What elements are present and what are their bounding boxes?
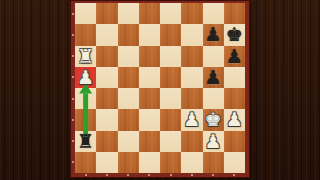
square-c7[interactable]: [118, 24, 139, 45]
file-marker-dot: [127, 174, 129, 176]
square-b5[interactable]: [96, 67, 117, 88]
square-f8[interactable]: [181, 3, 202, 24]
square-g4[interactable]: [203, 88, 224, 109]
square-b1[interactable]: [96, 152, 117, 173]
square-h7[interactable]: ♚: [224, 24, 245, 45]
square-d1[interactable]: [139, 152, 160, 173]
rank-marker-dot: [72, 98, 74, 100]
square-g3[interactable]: ♚: [203, 109, 224, 130]
rank-marker-dot: [72, 76, 74, 78]
square-b6[interactable]: [96, 46, 117, 67]
square-f3[interactable]: ♟: [181, 109, 202, 130]
square-d5[interactable]: [139, 67, 160, 88]
square-a3[interactable]: [75, 109, 96, 130]
square-f2[interactable]: [181, 131, 202, 152]
square-e7[interactable]: [160, 24, 181, 45]
wood-background: ♟♚♜♟♟♟♟♚♟♜♟: [0, 0, 320, 180]
square-a8[interactable]: [75, 3, 96, 24]
square-d7[interactable]: [139, 24, 160, 45]
square-d3[interactable]: [139, 109, 160, 130]
white-rook[interactable]: ♜: [77, 47, 94, 66]
square-e1[interactable]: [160, 152, 181, 173]
square-b3[interactable]: [96, 109, 117, 130]
square-b4[interactable]: [96, 88, 117, 109]
square-a6[interactable]: ♜: [75, 46, 96, 67]
square-b2[interactable]: [96, 131, 117, 152]
rank-marker-dot: [72, 13, 74, 15]
black-pawn[interactable]: ♟: [226, 47, 243, 66]
chess-board: ♟♚♜♟♟♟♟♚♟♜♟: [75, 3, 245, 173]
white-pawn[interactable]: ♟: [183, 110, 200, 129]
square-g8[interactable]: [203, 3, 224, 24]
square-g2[interactable]: ♟: [203, 131, 224, 152]
square-h4[interactable]: [224, 88, 245, 109]
square-e6[interactable]: [160, 46, 181, 67]
square-f1[interactable]: [181, 152, 202, 173]
square-d4[interactable]: [139, 88, 160, 109]
rank-marker-dot: [72, 140, 74, 142]
chess-board-frame: ♟♚♜♟♟♟♟♚♟♜♟: [71, 1, 249, 177]
white-king[interactable]: ♚: [205, 110, 222, 129]
black-rook[interactable]: ♜: [77, 132, 94, 151]
square-c5[interactable]: [118, 67, 139, 88]
rank-marker-dot: [72, 161, 74, 163]
square-e4[interactable]: [160, 88, 181, 109]
square-c3[interactable]: [118, 109, 139, 130]
file-marker-dot: [191, 174, 193, 176]
white-pawn[interactable]: ♟: [205, 132, 222, 151]
black-king[interactable]: ♚: [226, 25, 243, 44]
square-e3[interactable]: [160, 109, 181, 130]
square-h8[interactable]: [224, 3, 245, 24]
square-g1[interactable]: [203, 152, 224, 173]
square-f7[interactable]: [181, 24, 202, 45]
square-c4[interactable]: [118, 88, 139, 109]
square-b7[interactable]: [96, 24, 117, 45]
file-marker-dot: [170, 174, 172, 176]
square-c2[interactable]: [118, 131, 139, 152]
square-g7[interactable]: ♟: [203, 24, 224, 45]
rank-marker-dot: [72, 119, 74, 121]
square-h2[interactable]: [224, 131, 245, 152]
file-marker-dot: [148, 174, 150, 176]
square-a7[interactable]: [75, 24, 96, 45]
square-h5[interactable]: [224, 67, 245, 88]
square-g6[interactable]: [203, 46, 224, 67]
square-a4[interactable]: [75, 88, 96, 109]
square-c6[interactable]: [118, 46, 139, 67]
file-marker-dot: [106, 174, 108, 176]
square-h1[interactable]: [224, 152, 245, 173]
white-pawn[interactable]: ♟: [226, 110, 243, 129]
square-f6[interactable]: [181, 46, 202, 67]
square-f5[interactable]: [181, 67, 202, 88]
square-a5[interactable]: ♟: [75, 67, 96, 88]
square-e2[interactable]: [160, 131, 181, 152]
square-d8[interactable]: [139, 3, 160, 24]
square-e5[interactable]: [160, 67, 181, 88]
rank-marker-dot: [72, 34, 74, 36]
square-c1[interactable]: [118, 152, 139, 173]
black-pawn[interactable]: ♟: [205, 25, 222, 44]
square-c8[interactable]: [118, 3, 139, 24]
square-g5[interactable]: ♟: [203, 67, 224, 88]
white-pawn[interactable]: ♟: [77, 68, 94, 87]
square-d6[interactable]: [139, 46, 160, 67]
square-a1[interactable]: [75, 152, 96, 173]
file-marker-dot: [212, 174, 214, 176]
square-h6[interactable]: ♟: [224, 46, 245, 67]
square-b8[interactable]: [96, 3, 117, 24]
square-f4[interactable]: [181, 88, 202, 109]
rank-marker-dot: [72, 55, 74, 57]
file-marker-dot: [85, 174, 87, 176]
file-marker-dot: [233, 174, 235, 176]
square-h3[interactable]: ♟: [224, 109, 245, 130]
square-a2[interactable]: ♜: [75, 131, 96, 152]
black-pawn[interactable]: ♟: [205, 68, 222, 87]
square-e8[interactable]: [160, 3, 181, 24]
square-d2[interactable]: [139, 131, 160, 152]
